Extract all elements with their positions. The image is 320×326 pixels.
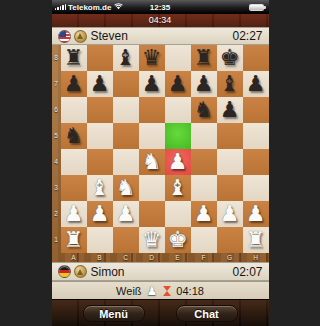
white-pawn-icon: ♟ xyxy=(147,284,158,298)
square-g5[interactable] xyxy=(217,123,243,149)
square-e2[interactable] xyxy=(165,201,191,227)
member-badge-icon xyxy=(74,30,87,43)
piece-black-knight-f6: ♞ xyxy=(194,97,214,123)
piece-black-rook-f8: ♜ xyxy=(194,45,214,71)
status-bar: Telekom.de 12:35 xyxy=(52,0,269,14)
square-a5[interactable]: ♞ xyxy=(61,123,87,149)
piece-white-pawn-b2: ♟ xyxy=(90,201,110,227)
rank-label-1: 1 xyxy=(52,227,61,253)
square-c6[interactable] xyxy=(113,97,139,123)
square-h2[interactable]: ♟ xyxy=(243,201,269,227)
player-bar-bottom: Simon 02:07 xyxy=(52,262,269,281)
file-label-g: G xyxy=(217,253,243,262)
square-c8[interactable]: ♝ xyxy=(113,45,139,71)
square-c7[interactable] xyxy=(113,71,139,97)
square-h7[interactable]: ♟ xyxy=(243,71,269,97)
square-h1[interactable]: ♜ xyxy=(243,227,269,253)
piece-black-knight-a5: ♞ xyxy=(64,123,84,149)
square-f3[interactable] xyxy=(191,175,217,201)
turn-bar: Weiß ♟ 04:18 xyxy=(52,281,269,299)
player-name-bottom: Simon xyxy=(91,265,125,279)
piece-black-pawn-a7: ♟ xyxy=(64,71,84,97)
file-label-d: D xyxy=(139,253,165,262)
piece-black-pawn-d7: ♟ xyxy=(142,71,162,97)
square-e6[interactable] xyxy=(165,97,191,123)
square-d3[interactable] xyxy=(139,175,165,201)
square-c2[interactable]: ♟ xyxy=(113,201,139,227)
square-g4[interactable] xyxy=(217,149,243,175)
piece-white-knight-d4: ♞ xyxy=(142,149,162,175)
piece-white-pawn-f2: ♟ xyxy=(194,201,214,227)
square-a8[interactable]: ♜ xyxy=(61,45,87,71)
status-time: 12:35 xyxy=(52,3,269,12)
square-g3[interactable] xyxy=(217,175,243,201)
rank-label-3: 3 xyxy=(52,175,61,201)
piece-black-bishop-g7: ♝ xyxy=(220,71,240,97)
player-bar-top: Steven 02:27 xyxy=(52,27,269,45)
square-b4[interactable] xyxy=(87,149,113,175)
square-e8[interactable] xyxy=(165,45,191,71)
rank-label-2: 2 xyxy=(52,201,61,227)
square-e1[interactable]: ♚ xyxy=(165,227,191,253)
square-f6[interactable]: ♞ xyxy=(191,97,217,123)
square-a3[interactable] xyxy=(61,175,87,201)
file-label-b: B xyxy=(87,253,113,262)
file-label-f: F xyxy=(191,253,217,262)
piece-white-pawn-e4: ♟ xyxy=(168,149,188,175)
square-e4[interactable]: ♟ xyxy=(165,149,191,175)
piece-white-king-e1: ♚ xyxy=(168,227,188,253)
file-label-h: H xyxy=(243,253,269,262)
piece-white-pawn-g2: ♟ xyxy=(220,201,240,227)
side-to-move-label: Weiß xyxy=(116,285,141,297)
square-c4[interactable] xyxy=(113,149,139,175)
piece-black-bishop-c8: ♝ xyxy=(116,45,136,71)
square-d8[interactable]: ♛ xyxy=(139,45,165,71)
player-name-top: Steven xyxy=(91,29,128,43)
square-c5[interactable] xyxy=(113,123,139,149)
square-h8[interactable] xyxy=(243,45,269,71)
square-d5[interactable] xyxy=(139,123,165,149)
player-clock-top: 02:27 xyxy=(232,29,262,43)
piece-white-bishop-b3: ♝ xyxy=(90,175,110,201)
file-label-a: A xyxy=(61,253,87,262)
board-grid[interactable]: ♜♝♛♜♚♟♟♟♟♟♝♟♞♟♞♞♟♝♞♝♟♟♟♟♟♟♜♛♚♜ xyxy=(61,45,269,253)
rank-label-5: 5 xyxy=(52,123,61,149)
square-e7[interactable]: ♟ xyxy=(165,71,191,97)
rank-label-8: 8 xyxy=(52,45,61,71)
piece-black-rook-a8: ♜ xyxy=(64,45,84,71)
square-b3[interactable]: ♝ xyxy=(87,175,113,201)
member-badge-icon xyxy=(74,265,87,278)
bottom-toolbar: Menü Chat xyxy=(52,299,269,326)
square-h6[interactable] xyxy=(243,97,269,123)
square-a4[interactable] xyxy=(61,149,87,175)
file-label-c: C xyxy=(113,253,139,262)
square-g2[interactable]: ♟ xyxy=(217,201,243,227)
square-a2[interactable]: ♟ xyxy=(61,201,87,227)
square-f7[interactable]: ♟ xyxy=(191,71,217,97)
chat-button[interactable]: Chat xyxy=(176,305,238,322)
rank-labels: 87654321 xyxy=(52,45,61,253)
square-b8[interactable] xyxy=(87,45,113,71)
de-flag-icon xyxy=(58,265,71,278)
piece-black-pawn-e7: ♟ xyxy=(168,71,188,97)
piece-black-pawn-f7: ♟ xyxy=(194,71,214,97)
piece-black-queen-d8: ♛ xyxy=(142,45,162,71)
square-c1[interactable] xyxy=(113,227,139,253)
hourglass-icon xyxy=(162,286,171,296)
square-h4[interactable] xyxy=(243,149,269,175)
chess-app-screen: Telekom.de 12:35 04:34 Steven 02:27 8765… xyxy=(52,0,269,326)
rank-label-7: 7 xyxy=(52,71,61,97)
square-g8[interactable]: ♚ xyxy=(217,45,243,71)
square-g7[interactable]: ♝ xyxy=(217,71,243,97)
piece-white-knight-c3: ♞ xyxy=(116,175,136,201)
us-flag-icon xyxy=(58,30,71,43)
square-g1[interactable] xyxy=(217,227,243,253)
square-f1[interactable] xyxy=(191,227,217,253)
square-b6[interactable] xyxy=(87,97,113,123)
square-b5[interactable] xyxy=(87,123,113,149)
piece-white-bishop-e3: ♝ xyxy=(168,175,188,201)
piece-white-pawn-a2: ♟ xyxy=(64,201,84,227)
file-label-e: E xyxy=(165,253,191,262)
piece-white-queen-d1: ♛ xyxy=(142,227,162,253)
piece-black-king-g8: ♚ xyxy=(220,45,240,71)
square-f2[interactable]: ♟ xyxy=(191,201,217,227)
piece-black-pawn-g6: ♟ xyxy=(220,97,240,123)
square-d1[interactable]: ♛ xyxy=(139,227,165,253)
game-clock: 04:34 xyxy=(149,15,172,25)
square-e3[interactable]: ♝ xyxy=(165,175,191,201)
square-a7[interactable]: ♟ xyxy=(61,71,87,97)
piece-white-pawn-h2: ♟ xyxy=(246,201,266,227)
move-timer: 04:18 xyxy=(176,285,204,297)
menu-button[interactable]: Menü xyxy=(83,305,145,322)
square-c3[interactable]: ♞ xyxy=(113,175,139,201)
square-d6[interactable] xyxy=(139,97,165,123)
battery-icon xyxy=(249,4,266,11)
rank-label-4: 4 xyxy=(52,149,61,175)
square-a6[interactable] xyxy=(61,97,87,123)
square-a1[interactable]: ♜ xyxy=(61,227,87,253)
square-h3[interactable] xyxy=(243,175,269,201)
square-d7[interactable]: ♟ xyxy=(139,71,165,97)
square-h5[interactable] xyxy=(243,123,269,149)
chess-board: 87654321 ♜♝♛♜♚♟♟♟♟♟♝♟♞♟♞♞♟♝♞♝♟♟♟♟♟♟♜♛♚♜ … xyxy=(52,45,269,262)
square-b7[interactable]: ♟ xyxy=(87,71,113,97)
square-d4[interactable]: ♞ xyxy=(139,149,165,175)
square-b2[interactable]: ♟ xyxy=(87,201,113,227)
piece-black-pawn-b7: ♟ xyxy=(90,71,110,97)
square-e5[interactable] xyxy=(165,123,191,149)
square-f5[interactable] xyxy=(191,123,217,149)
rank-label-6: 6 xyxy=(52,97,61,123)
square-g6[interactable]: ♟ xyxy=(217,97,243,123)
piece-white-rook-a1: ♜ xyxy=(64,227,84,253)
piece-white-rook-h1: ♜ xyxy=(246,227,266,253)
square-b1[interactable] xyxy=(87,227,113,253)
piece-white-pawn-c2: ♟ xyxy=(116,201,136,227)
game-clock-bar: 04:34 xyxy=(52,14,269,27)
file-labels: ABCDEFGH xyxy=(61,253,269,262)
player-clock-bottom: 02:07 xyxy=(232,265,262,279)
square-f4[interactable] xyxy=(191,149,217,175)
square-d2[interactable] xyxy=(139,201,165,227)
piece-black-pawn-h7: ♟ xyxy=(246,71,266,97)
square-f8[interactable]: ♜ xyxy=(191,45,217,71)
